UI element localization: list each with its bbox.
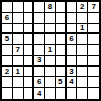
sudoku-cell[interactable] bbox=[88, 67, 99, 78]
sudoku-cell[interactable] bbox=[56, 34, 67, 45]
sudoku-cell[interactable] bbox=[88, 88, 99, 99]
sudoku-cell[interactable] bbox=[13, 13, 24, 24]
sudoku-cell[interactable] bbox=[13, 34, 24, 45]
sudoku-cell[interactable]: 3 bbox=[67, 67, 78, 78]
sudoku-cell[interactable]: 6 bbox=[67, 34, 78, 45]
sudoku-cell[interactable] bbox=[34, 13, 45, 24]
sudoku-cell[interactable]: 4 bbox=[67, 77, 78, 88]
sudoku-cell[interactable] bbox=[24, 77, 35, 88]
sudoku-cell[interactable] bbox=[34, 67, 45, 78]
sudoku-cell[interactable] bbox=[34, 24, 45, 35]
sudoku-cell[interactable]: 7 bbox=[13, 45, 24, 56]
sudoku-cell[interactable] bbox=[24, 13, 35, 24]
sudoku-cell[interactable] bbox=[2, 77, 13, 88]
sudoku-cell[interactable] bbox=[45, 77, 56, 88]
sudoku-cell[interactable] bbox=[67, 45, 78, 56]
sudoku-cell[interactable] bbox=[24, 67, 35, 78]
sudoku-cell[interactable] bbox=[67, 2, 78, 13]
sudoku-cell[interactable] bbox=[34, 34, 45, 45]
sudoku-cell[interactable] bbox=[56, 45, 67, 56]
sudoku-cell[interactable] bbox=[2, 45, 13, 56]
sudoku-cell[interactable] bbox=[13, 24, 24, 35]
sudoku-cell[interactable] bbox=[67, 56, 78, 67]
sudoku-cell[interactable] bbox=[67, 24, 78, 35]
sudoku-cell[interactable]: 6 bbox=[2, 13, 13, 24]
sudoku-cell[interactable] bbox=[34, 2, 45, 13]
sudoku-cell[interactable] bbox=[56, 88, 67, 99]
sudoku-cell[interactable]: 3 bbox=[34, 56, 45, 67]
sudoku-cell[interactable] bbox=[77, 77, 88, 88]
sudoku-cell[interactable] bbox=[2, 24, 13, 35]
sudoku-cell[interactable] bbox=[45, 34, 56, 45]
sudoku-cell[interactable] bbox=[34, 45, 45, 56]
sudoku-cell[interactable]: 6 bbox=[34, 77, 45, 88]
sudoku-cell[interactable] bbox=[2, 2, 13, 13]
sudoku-cell[interactable] bbox=[45, 24, 56, 35]
sudoku-cell[interactable] bbox=[88, 24, 99, 35]
sudoku-cell[interactable] bbox=[88, 77, 99, 88]
sudoku-cell[interactable] bbox=[67, 88, 78, 99]
sudoku-cell[interactable] bbox=[45, 88, 56, 99]
sudoku-cell[interactable] bbox=[88, 34, 99, 45]
sudoku-cell[interactable] bbox=[13, 77, 24, 88]
sudoku-cell[interactable]: 2 bbox=[77, 2, 88, 13]
sudoku-cell[interactable] bbox=[88, 56, 99, 67]
sudoku-cell[interactable] bbox=[45, 13, 56, 24]
sudoku-cell[interactable] bbox=[2, 88, 13, 99]
sudoku-cell[interactable] bbox=[77, 67, 88, 78]
sudoku-cell[interactable]: 7 bbox=[88, 2, 99, 13]
sudoku-cell[interactable] bbox=[77, 88, 88, 99]
sudoku-cell[interactable] bbox=[77, 56, 88, 67]
sudoku-cell[interactable] bbox=[24, 45, 35, 56]
sudoku-cell[interactable]: 5 bbox=[2, 34, 13, 45]
sudoku-cell[interactable] bbox=[13, 88, 24, 99]
sudoku-cell[interactable]: 2 bbox=[2, 67, 13, 78]
sudoku-cell[interactable]: 1 bbox=[45, 45, 56, 56]
sudoku-cell[interactable] bbox=[24, 24, 35, 35]
sudoku-cell[interactable] bbox=[24, 34, 35, 45]
sudoku-cell[interactable] bbox=[24, 88, 35, 99]
sudoku-cell[interactable] bbox=[13, 2, 24, 13]
sudoku-cell[interactable] bbox=[77, 13, 88, 24]
sudoku-cell[interactable]: 5 bbox=[56, 77, 67, 88]
sudoku-cell[interactable] bbox=[77, 34, 88, 45]
sudoku-cell[interactable] bbox=[24, 2, 35, 13]
sudoku-cell[interactable] bbox=[56, 56, 67, 67]
sudoku-cell[interactable] bbox=[77, 45, 88, 56]
sudoku-cell[interactable] bbox=[88, 13, 99, 24]
sudoku-cell[interactable] bbox=[56, 24, 67, 35]
sudoku-cell[interactable]: 1 bbox=[77, 24, 88, 35]
sudoku-cell[interactable]: 4 bbox=[34, 88, 45, 99]
sudoku-cell[interactable] bbox=[24, 56, 35, 67]
sudoku-cell[interactable] bbox=[45, 67, 56, 78]
sudoku-cell[interactable]: 8 bbox=[45, 2, 56, 13]
sudoku-cell[interactable] bbox=[56, 2, 67, 13]
sudoku-cell[interactable] bbox=[67, 13, 78, 24]
sudoku-cell[interactable] bbox=[45, 56, 56, 67]
sudoku-board: 82761567132136544 bbox=[0, 0, 101, 101]
sudoku-cell[interactable] bbox=[88, 45, 99, 56]
sudoku-cell[interactable] bbox=[56, 67, 67, 78]
sudoku-cell[interactable]: 1 bbox=[13, 67, 24, 78]
sudoku-cell[interactable] bbox=[56, 13, 67, 24]
sudoku-cell[interactable] bbox=[13, 56, 24, 67]
sudoku-cell[interactable] bbox=[2, 56, 13, 67]
